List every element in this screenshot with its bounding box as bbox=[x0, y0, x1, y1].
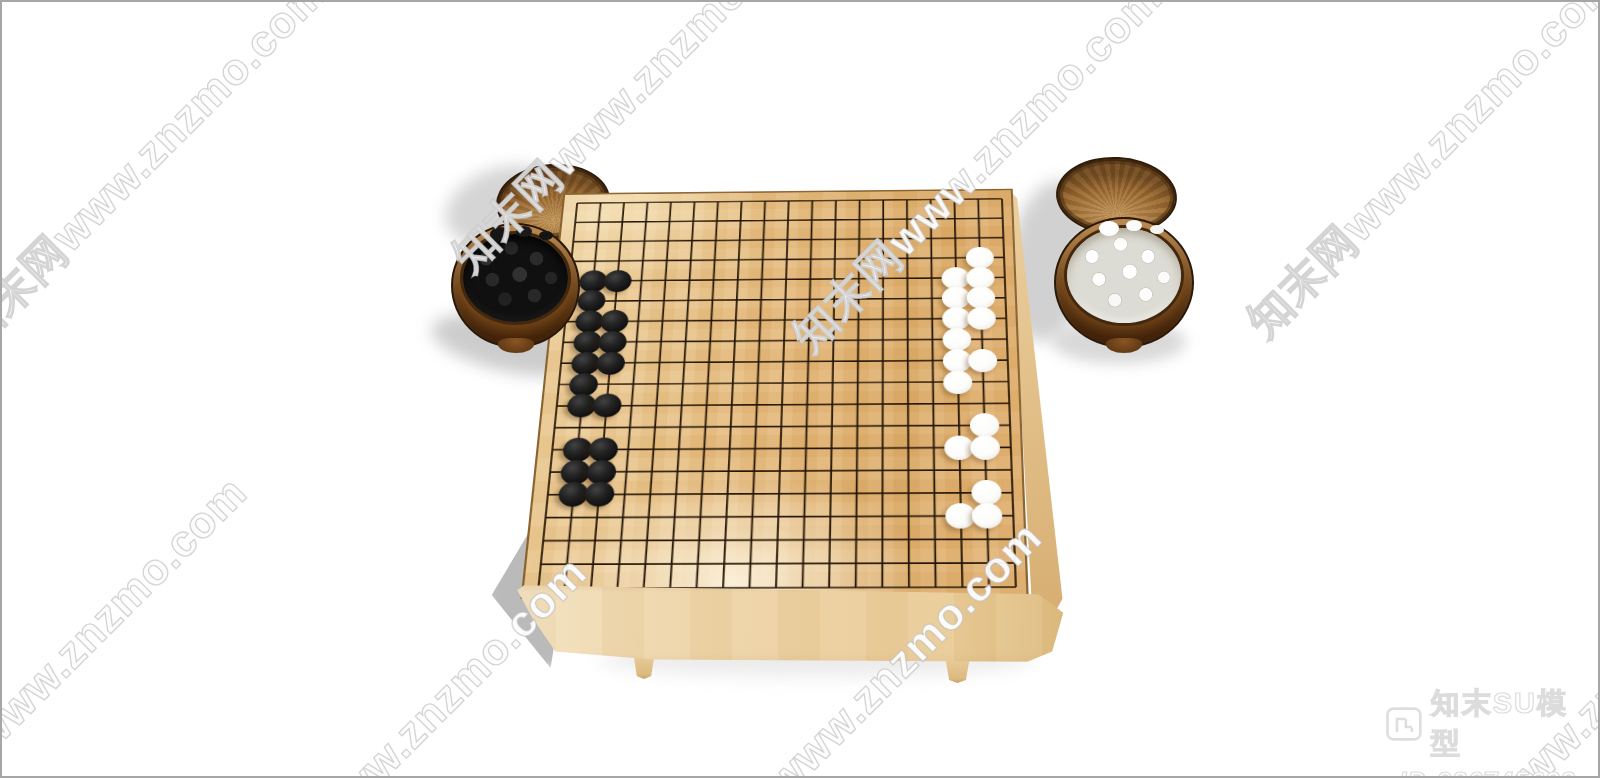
white-stone bbox=[968, 349, 997, 372]
diagonal-watermark-text: 知末网www.znzmo.com bbox=[1234, 0, 1600, 350]
white-stone-bowl bbox=[1054, 217, 1194, 348]
black-stones-heap bbox=[463, 234, 568, 322]
diagonal-watermark-text: 知末网www.znzmo.com bbox=[1384, 524, 1600, 778]
white-stone bbox=[972, 503, 1003, 528]
white-stone bbox=[966, 267, 995, 289]
bowl-foot bbox=[498, 338, 534, 353]
stones-layer bbox=[565, 190, 1011, 195]
white-stone bbox=[970, 435, 1000, 460]
brand-watermark-text: 知末SU模型 bbox=[1431, 684, 1598, 764]
bowl-foot bbox=[1106, 338, 1142, 353]
black-bowl-opening bbox=[460, 231, 571, 325]
render-canvas: 知末网www.znzmo.com知末网www.znzmo.com知末网www.z… bbox=[0, 0, 1600, 778]
go-board-surface bbox=[521, 189, 1029, 599]
site-watermark: 知末SU模型 ID:926745633 bbox=[1385, 684, 1598, 778]
model-id-text: ID:926745633 bbox=[1399, 766, 1598, 778]
diagonal-watermark-text: 知末网www.znzmo.com bbox=[0, 464, 260, 778]
white-stones-heap bbox=[1067, 228, 1181, 323]
white-stone bbox=[944, 370, 973, 394]
white-stone bbox=[970, 413, 1000, 437]
black-stone-bowl bbox=[451, 223, 580, 348]
znzmo-logo-icon bbox=[1385, 706, 1423, 742]
white-bowl-opening bbox=[1064, 225, 1184, 326]
diagonal-watermark-text: 知末网www.znzmo.com bbox=[0, 0, 340, 360]
white-stone bbox=[966, 247, 994, 269]
